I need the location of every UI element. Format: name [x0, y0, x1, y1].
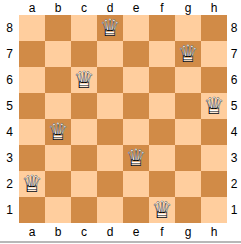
white-queen-piece[interactable]: ♛♕ — [175, 41, 201, 67]
file-label-e-bottom: e — [123, 223, 149, 240]
file-label-h-bottom: h — [201, 223, 227, 240]
white-queen-icon: ♕ — [175, 41, 201, 67]
square-e8[interactable] — [123, 15, 149, 41]
square-b1[interactable] — [45, 197, 71, 223]
board-corner — [227, 223, 241, 240]
square-b7[interactable] — [45, 41, 71, 67]
rank-label-2-right: 2 — [227, 171, 241, 197]
file-label-e-top: e — [123, 0, 149, 15]
square-d4[interactable] — [97, 119, 123, 145]
square-g8[interactable] — [175, 15, 201, 41]
white-queen-glyph-fill: ♛ — [71, 67, 97, 93]
square-h6[interactable] — [201, 67, 227, 93]
rank-label-7-right: 7 — [227, 41, 241, 67]
square-e4[interactable] — [123, 119, 149, 145]
square-e2[interactable] — [123, 171, 149, 197]
square-c5[interactable] — [71, 93, 97, 119]
board-corner — [227, 0, 241, 15]
square-h7[interactable] — [201, 41, 227, 67]
rank-label-7-left: 7 — [0, 41, 19, 67]
square-g1[interactable] — [175, 197, 201, 223]
square-a5[interactable] — [19, 93, 45, 119]
square-h3[interactable] — [201, 145, 227, 171]
square-f8[interactable] — [149, 15, 175, 41]
white-queen-piece[interactable]: ♛♕ — [97, 15, 123, 41]
square-h8[interactable] — [201, 15, 227, 41]
square-d5[interactable] — [97, 93, 123, 119]
rank-label-6-right: 6 — [227, 67, 241, 93]
square-g5[interactable] — [175, 93, 201, 119]
board-corner — [0, 223, 19, 240]
square-b4[interactable]: ♛♕ — [45, 119, 71, 145]
square-g7[interactable]: ♛♕ — [175, 41, 201, 67]
square-e6[interactable] — [123, 67, 149, 93]
square-a3[interactable] — [19, 145, 45, 171]
rank-label-2-left: 2 — [0, 171, 19, 197]
square-g6[interactable] — [175, 67, 201, 93]
white-queen-piece[interactable]: ♛♕ — [149, 197, 175, 223]
file-label-f-bottom: f — [149, 223, 175, 240]
white-queen-glyph-fill: ♛ — [175, 41, 201, 67]
square-c7[interactable] — [71, 41, 97, 67]
white-queen-piece[interactable]: ♛♕ — [19, 171, 45, 197]
white-queen-icon: ♕ — [97, 15, 123, 41]
square-b5[interactable] — [45, 93, 71, 119]
square-e5[interactable] — [123, 93, 149, 119]
square-g4[interactable] — [175, 119, 201, 145]
white-queen-icon: ♕ — [71, 67, 97, 93]
chess-diagram: abcdefgh8♛♕87♛♕76♛♕65♛♕54♛♕43♛♕32♛♕21♛♕1… — [0, 0, 241, 244]
square-f2[interactable] — [149, 171, 175, 197]
white-queen-glyph-fill: ♛ — [45, 119, 71, 145]
file-label-c-bottom: c — [71, 223, 97, 240]
square-a4[interactable] — [19, 119, 45, 145]
file-label-h-top: h — [201, 0, 227, 15]
file-label-d-bottom: d — [97, 223, 123, 240]
white-queen-icon: ♕ — [45, 119, 71, 145]
white-queen-piece[interactable]: ♛♕ — [45, 119, 71, 145]
square-d7[interactable] — [97, 41, 123, 67]
rank-label-8-left: 8 — [0, 15, 19, 41]
file-label-c-top: c — [71, 0, 97, 15]
square-h5[interactable]: ♛♕ — [201, 93, 227, 119]
white-queen-glyph-fill: ♛ — [201, 93, 227, 119]
rank-label-6-left: 6 — [0, 67, 19, 93]
square-h1[interactable] — [201, 197, 227, 223]
rank-label-5-left: 5 — [0, 93, 19, 119]
square-f4[interactable] — [149, 119, 175, 145]
square-d2[interactable] — [97, 171, 123, 197]
square-f3[interactable] — [149, 145, 175, 171]
file-label-b-top: b — [45, 0, 71, 15]
rank-label-3-left: 3 — [0, 145, 19, 171]
file-label-a-bottom: a — [19, 223, 45, 240]
square-g3[interactable] — [175, 145, 201, 171]
square-b3[interactable] — [45, 145, 71, 171]
board-corner — [0, 0, 19, 15]
rank-label-8-right: 8 — [227, 15, 241, 41]
white-queen-icon: ♕ — [201, 93, 227, 119]
rank-label-3-right: 3 — [227, 145, 241, 171]
white-queen-icon: ♕ — [123, 145, 149, 171]
rank-label-4-left: 4 — [0, 119, 19, 145]
square-a6[interactable] — [19, 67, 45, 93]
rank-label-5-right: 5 — [227, 93, 241, 119]
file-label-f-top: f — [149, 0, 175, 15]
white-queen-piece[interactable]: ♛♕ — [123, 145, 149, 171]
square-c1[interactable] — [71, 197, 97, 223]
file-label-b-bottom: b — [45, 223, 71, 240]
white-queen-glyph-fill: ♛ — [19, 171, 45, 197]
square-a7[interactable] — [19, 41, 45, 67]
square-d1[interactable] — [97, 197, 123, 223]
square-g2[interactable] — [175, 171, 201, 197]
square-d3[interactable] — [97, 145, 123, 171]
rank-label-1-right: 1 — [227, 197, 241, 223]
file-label-g-bottom: g — [175, 223, 201, 240]
file-label-d-top: d — [97, 0, 123, 15]
white-queen-glyph-fill: ♛ — [97, 15, 123, 41]
square-c3[interactable] — [71, 145, 97, 171]
square-f1[interactable]: ♛♕ — [149, 197, 175, 223]
square-e1[interactable] — [123, 197, 149, 223]
square-d8[interactable]: ♛♕ — [97, 15, 123, 41]
square-b8[interactable] — [45, 15, 71, 41]
square-c8[interactable] — [71, 15, 97, 41]
square-a1[interactable] — [19, 197, 45, 223]
white-queen-piece[interactable]: ♛♕ — [201, 93, 227, 119]
square-f7[interactable] — [149, 41, 175, 67]
white-queen-icon: ♕ — [19, 171, 45, 197]
square-h4[interactable] — [201, 119, 227, 145]
square-e7[interactable] — [123, 41, 149, 67]
square-f6[interactable] — [149, 67, 175, 93]
square-c4[interactable] — [71, 119, 97, 145]
white-queen-icon: ♕ — [149, 197, 175, 223]
square-e3[interactable]: ♛♕ — [123, 145, 149, 171]
square-c2[interactable] — [71, 171, 97, 197]
square-h2[interactable] — [201, 171, 227, 197]
square-a2[interactable]: ♛♕ — [19, 171, 45, 197]
white-queen-piece[interactable]: ♛♕ — [71, 67, 97, 93]
chess-board: abcdefgh8♛♕87♛♕76♛♕65♛♕54♛♕43♛♕32♛♕21♛♕1… — [0, 0, 241, 240]
square-c6[interactable]: ♛♕ — [71, 67, 97, 93]
white-queen-glyph-fill: ♛ — [149, 197, 175, 223]
square-d6[interactable] — [97, 67, 123, 93]
square-f5[interactable] — [149, 93, 175, 119]
rank-label-1-left: 1 — [0, 197, 19, 223]
square-a8[interactable] — [19, 15, 45, 41]
bottom-divider — [0, 241, 241, 243]
rank-label-4-right: 4 — [227, 119, 241, 145]
file-label-g-top: g — [175, 0, 201, 15]
file-label-a-top: a — [19, 0, 45, 15]
square-b2[interactable] — [45, 171, 71, 197]
square-b6[interactable] — [45, 67, 71, 93]
white-queen-glyph-fill: ♛ — [123, 145, 149, 171]
